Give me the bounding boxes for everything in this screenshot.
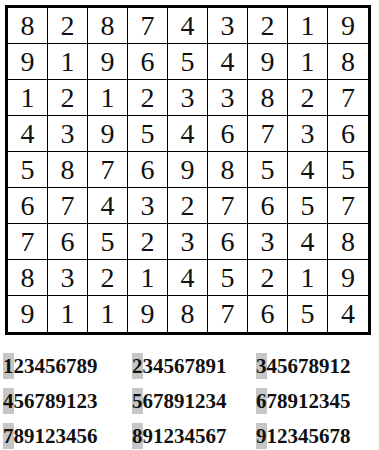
grid-cell-r7c7: 3 [248,224,288,260]
sequence-tail: 67891234 [143,389,227,413]
grid-cell-r4c9: 6 [328,116,368,152]
sequence-tail: 34567891 [143,354,227,378]
grid-cell-r5c5: 9 [168,152,208,188]
grid-cell-r2c4: 6 [128,44,168,80]
grid-cell-r4c4: 5 [128,116,168,152]
grid-cell-r4c1: 4 [8,116,48,152]
grid-cell-r9c9: 4 [328,296,368,332]
grid-cell-r6c7: 6 [248,188,288,224]
board: 8287432199196549181212338274395467365876… [5,5,371,335]
grid-cell-r2c3: 9 [88,44,128,80]
grid-cell-r1c2: 2 [48,8,88,44]
sequence-item-1: 123456789 [3,355,98,378]
grid-cell-r4c6: 6 [208,116,248,152]
sequence-item-7: 789123456 [3,425,98,448]
grid-cell-r6c9: 7 [328,188,368,224]
grid-cell-r5c6: 8 [208,152,248,188]
grid-cell-r3c5: 3 [168,80,208,116]
sequence-head-highlight: 9 [256,423,267,449]
grid-cell-r7c6: 6 [208,224,248,260]
grid-cell-r8c3: 2 [88,260,128,296]
sequence-tail: 56789123 [14,389,98,413]
grid-cell-r8c6: 5 [208,260,248,296]
sequence-item-2: 234567891 [132,355,227,378]
grid-cell-r4c2: 3 [48,116,88,152]
sequence-tail: 89123456 [14,424,98,448]
sequence-tail: 91234567 [143,424,227,448]
grid-cell-r3c6: 3 [208,80,248,116]
grid-cell-r9c4: 9 [128,296,168,332]
grid-cell-r3c8: 2 [288,80,328,116]
grid-cell-r3c2: 2 [48,80,88,116]
grid-cell-r7c9: 8 [328,224,368,260]
grid-cell-r5c2: 8 [48,152,88,188]
grid-cell-r7c2: 6 [48,224,88,260]
grid-cell-r7c5: 3 [168,224,208,260]
grid-cell-r2c6: 4 [208,44,248,80]
grid-cell-r6c5: 2 [168,188,208,224]
grid-cell-r1c5: 4 [168,8,208,44]
grid-cell-r9c1: 9 [8,296,48,332]
grid-cell-r8c1: 8 [8,260,48,296]
sequence-item-8: 891234567 [132,425,227,448]
sequence-head-highlight: 8 [132,423,143,449]
grid-cell-r5c4: 6 [128,152,168,188]
grid-cell-r1c8: 1 [288,8,328,44]
sequence-tail: 23456789 [14,354,98,378]
grid-cell-r8c4: 1 [128,260,168,296]
sequence-head-highlight: 3 [256,353,267,379]
grid-cell-r8c8: 1 [288,260,328,296]
grid-cell-r5c1: 5 [8,152,48,188]
grid-cell-r9c8: 5 [288,296,328,332]
sequence-tail: 45678912 [267,354,351,378]
grid-cell-r2c8: 1 [288,44,328,80]
grid-cell-r9c7: 6 [248,296,288,332]
grid-cell-r5c7: 5 [248,152,288,188]
grid-cell-r3c4: 2 [128,80,168,116]
grid-cell-r1c9: 9 [328,8,368,44]
sequence-head-highlight: 6 [256,388,267,414]
grid-cell-r6c3: 4 [88,188,128,224]
grid-cell-r7c1: 7 [8,224,48,260]
grid-cell-r3c7: 8 [248,80,288,116]
sequence-item-5: 567891234 [132,390,227,413]
grid-cell-r9c6: 7 [208,296,248,332]
sequence-item-4: 456789123 [3,390,98,413]
grid-cell-r2c5: 5 [168,44,208,80]
grid-cell-r3c1: 1 [8,80,48,116]
grid-cell-r6c4: 3 [128,188,168,224]
grid-cell-r2c9: 8 [328,44,368,80]
sequence-item-9: 912345678 [256,425,351,448]
grid-cell-r1c7: 2 [248,8,288,44]
grid-cell-r4c8: 3 [288,116,328,152]
grid-cell-r5c3: 7 [88,152,128,188]
sequence-head-highlight: 7 [3,423,14,449]
grid-cell-r7c3: 5 [88,224,128,260]
grid-cell-r7c8: 4 [288,224,328,260]
grid-cell-r5c9: 5 [328,152,368,188]
grid-cell-r9c2: 1 [48,296,88,332]
grid-cell-r6c6: 7 [208,188,248,224]
grid-cell-r9c3: 1 [88,296,128,332]
grid-cell-r2c7: 9 [248,44,288,80]
grid-cell-r3c3: 1 [88,80,128,116]
grid-cell-r6c2: 7 [48,188,88,224]
grid-cell-r6c1: 6 [8,188,48,224]
grid-cell-r8c9: 9 [328,260,368,296]
sequence-item-3: 345678912 [256,355,351,378]
grid-cell-r1c4: 7 [128,8,168,44]
sequence-head-highlight: 2 [132,353,143,379]
sequence-head-highlight: 5 [132,388,143,414]
grid-cell-r7c4: 2 [128,224,168,260]
sequence-item-6: 678912345 [256,390,351,413]
grid-cell-r2c1: 9 [8,44,48,80]
grid-cell-r6c8: 5 [288,188,328,224]
grid-cell-r8c2: 3 [48,260,88,296]
sequence-head-highlight: 4 [3,388,14,414]
sequence-tail: 12345678 [267,424,351,448]
grid-cell-r4c7: 7 [248,116,288,152]
grid-cell-r5c8: 4 [288,152,328,188]
grid-cell-r1c6: 3 [208,8,248,44]
grid-cell-r8c7: 2 [248,260,288,296]
grid-cell-r4c5: 4 [168,116,208,152]
grid-cell-r4c3: 9 [88,116,128,152]
grid-cell-r9c5: 8 [168,296,208,332]
sequence-tail: 78912345 [267,389,351,413]
grid-cell-r8c5: 4 [168,260,208,296]
grid-cell-r1c3: 8 [88,8,128,44]
sequence-head-highlight: 1 [3,353,14,379]
grid-cell-r1c1: 8 [8,8,48,44]
worksheet: 8287432199196549181212338274395467365876… [0,0,379,450]
grid-cell-r3c9: 7 [328,80,368,116]
grid-cell-r2c2: 1 [48,44,88,80]
